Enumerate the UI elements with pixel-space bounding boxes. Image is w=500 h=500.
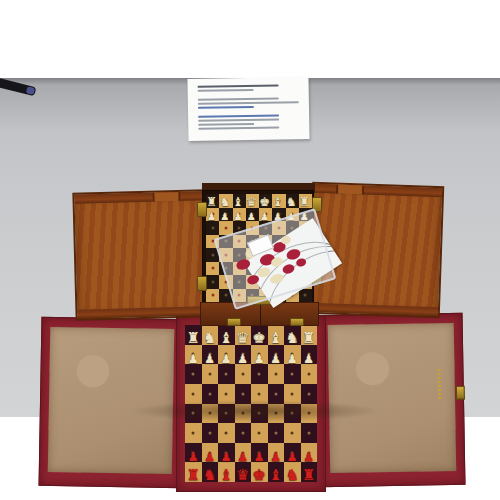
document-text-line	[198, 97, 279, 100]
board-square	[218, 345, 235, 365]
door-lip	[77, 306, 207, 318]
peg-hole	[241, 431, 244, 434]
board-square	[185, 325, 202, 345]
board-square	[233, 194, 246, 208]
peg-hole	[274, 373, 277, 376]
board-square	[268, 462, 285, 482]
board-square	[202, 345, 219, 365]
peg-hole	[307, 373, 310, 376]
peg-hole	[211, 226, 214, 229]
peg-hole	[211, 213, 214, 216]
board-square	[206, 208, 219, 222]
leather-case-left-flap	[39, 317, 184, 488]
peg-hole	[277, 199, 280, 202]
peg-hole	[307, 471, 310, 474]
board-square	[301, 423, 318, 443]
door-lip	[314, 184, 442, 197]
peg-hole	[192, 392, 195, 395]
information-sheet	[187, 77, 309, 141]
document-text-line	[198, 118, 279, 121]
board-square	[206, 194, 219, 208]
leather-case-right-flap	[319, 313, 466, 487]
peg-hole	[208, 471, 211, 474]
peg-hole	[241, 333, 244, 336]
board-square	[259, 194, 272, 208]
board-square	[268, 325, 285, 345]
peg-hole	[307, 333, 310, 336]
board-square	[185, 423, 202, 443]
board-square	[299, 289, 312, 303]
board-square	[235, 364, 252, 384]
peg-hole	[211, 267, 214, 270]
peg-hole	[291, 199, 294, 202]
board-square	[218, 462, 235, 482]
board-square	[206, 262, 219, 276]
board-square	[202, 462, 219, 482]
board-square	[286, 194, 299, 208]
peg-hole	[224, 294, 227, 297]
peg-hole	[291, 451, 294, 454]
board-square	[268, 364, 285, 384]
cream-piece-in-bag	[269, 272, 285, 285]
peg-hole	[258, 451, 261, 454]
board-square	[233, 208, 246, 222]
peg-hole	[211, 280, 214, 283]
document-text-line	[198, 126, 279, 129]
board-square	[268, 345, 285, 365]
board-square	[235, 325, 252, 345]
peg-hole	[307, 353, 310, 356]
board-square	[251, 462, 268, 482]
peg-hole	[258, 373, 261, 376]
board-square	[185, 364, 202, 384]
board-square	[235, 423, 252, 443]
board-square	[235, 443, 252, 463]
board-square	[284, 364, 301, 384]
peg-hole	[251, 199, 254, 202]
peg-hole	[208, 392, 211, 395]
board-square	[218, 443, 235, 463]
peg-hole	[238, 199, 241, 202]
peg-hole	[241, 373, 244, 376]
board-square	[299, 194, 312, 208]
board-square	[284, 423, 301, 443]
peg-hole	[274, 431, 277, 434]
board-square	[301, 462, 318, 482]
peg-hole	[208, 353, 211, 356]
peg-hole	[225, 431, 228, 434]
board-square	[218, 423, 235, 443]
peg-hole	[211, 253, 214, 256]
peg-hole	[225, 451, 228, 454]
board-square	[301, 443, 318, 463]
peg-hole	[307, 392, 310, 395]
board-square	[218, 325, 235, 345]
board-square	[268, 443, 285, 463]
peg-hole	[274, 353, 277, 356]
peg-hole	[225, 392, 228, 395]
red-piece-in-bag	[295, 257, 307, 268]
board-square	[251, 443, 268, 463]
board-square	[235, 462, 252, 482]
peg-hole	[238, 213, 241, 216]
peg-hole	[192, 373, 195, 376]
peg-hole	[304, 199, 307, 202]
board-square	[301, 345, 318, 365]
peg-hole	[192, 353, 195, 356]
photo-of-two-travel-chess-sets: { "game": "chess", "scene": "Auction pho…	[0, 0, 500, 500]
peg-hole	[307, 431, 310, 434]
board-square	[202, 364, 219, 384]
board-square	[301, 325, 318, 345]
peg-hole	[224, 199, 227, 202]
door-thumb-notch	[336, 185, 364, 195]
peg-hole	[241, 471, 244, 474]
document-text-line	[198, 84, 279, 87]
board-square	[246, 194, 259, 208]
peg-hole	[251, 213, 254, 216]
peg-hole	[225, 373, 228, 376]
peg-hole	[291, 431, 294, 434]
door-lip	[74, 191, 204, 203]
red-piece-in-bag	[281, 263, 295, 275]
red-piece-in-bag	[246, 274, 260, 286]
peg-hole	[258, 471, 261, 474]
peg-hole	[291, 392, 294, 395]
peg-hole	[211, 294, 214, 297]
peg-hole	[192, 451, 195, 454]
board-square	[246, 208, 259, 222]
board-square	[202, 325, 219, 345]
board-square	[218, 364, 235, 384]
board-square	[185, 443, 202, 463]
board-square	[202, 423, 219, 443]
board-square	[206, 221, 219, 235]
brass-hinge	[290, 318, 304, 326]
peg-hole	[241, 392, 244, 395]
peg-hole	[274, 392, 277, 395]
board-square	[185, 345, 202, 365]
pen-tip	[26, 86, 35, 95]
board-square	[185, 462, 202, 482]
peg-hole	[241, 451, 244, 454]
board-square	[219, 208, 232, 222]
board-square	[235, 345, 252, 365]
peg-hole	[225, 353, 228, 356]
peg-hole	[274, 451, 277, 454]
peg-hole	[291, 333, 294, 336]
gold-maker-stamp	[437, 369, 441, 399]
board-square	[206, 275, 219, 289]
box-seam	[260, 303, 261, 325]
peg-hole	[208, 333, 211, 336]
board-square	[251, 345, 268, 365]
peg-hole	[307, 451, 310, 454]
board-square	[219, 194, 232, 208]
peg-hole	[274, 471, 277, 474]
peg-hole	[241, 353, 244, 356]
document-text-line	[198, 106, 254, 109]
board-square	[301, 364, 318, 384]
document-text-line	[198, 89, 254, 92]
peg-hole	[258, 392, 261, 395]
case-shadow	[130, 400, 380, 422]
peg-hole	[304, 294, 307, 297]
peg-hole	[225, 471, 228, 474]
wooden-door-left	[72, 189, 209, 320]
peg-hole	[264, 213, 267, 216]
peg-hole	[211, 199, 214, 202]
peg-hole	[291, 471, 294, 474]
board-square	[284, 325, 301, 345]
board-square	[268, 423, 285, 443]
suede-lining-left	[48, 327, 175, 474]
brass-hinge	[227, 318, 241, 326]
pen	[0, 77, 36, 96]
document-text-line	[198, 101, 299, 105]
board-square	[284, 345, 301, 365]
board-square	[284, 462, 301, 482]
document-text-line	[198, 114, 279, 117]
peg-hole	[192, 431, 195, 434]
door-lip	[310, 303, 438, 316]
board-square	[219, 221, 232, 235]
peg-hole	[208, 431, 211, 434]
peg-hole	[224, 213, 227, 216]
brass-clasp	[456, 386, 465, 400]
peg-hole	[192, 471, 195, 474]
peg-hole	[238, 226, 241, 229]
peg-hole	[208, 451, 211, 454]
peg-hole	[192, 333, 195, 336]
board-square	[284, 443, 301, 463]
peg-hole	[291, 353, 294, 356]
door-thumb-notch	[152, 192, 180, 202]
brass-hinge	[197, 276, 207, 291]
peg-hole	[224, 226, 227, 229]
peg-hole	[274, 333, 277, 336]
board-square	[206, 289, 219, 303]
board-square	[272, 194, 285, 208]
peg-hole	[208, 373, 211, 376]
board-square	[251, 364, 268, 384]
peg-hole	[258, 431, 261, 434]
peg-hole	[258, 353, 261, 356]
peg-hole	[264, 199, 267, 202]
board-square	[259, 208, 272, 222]
red-piece-in-bag	[235, 258, 251, 272]
peg-hole	[258, 333, 261, 336]
photograph-background: ♜♞♝♛♚♝♞♜♟♟♟♟♟♟♟♟♟♟♟♟♟♟♟♟♜♞♝♛♚♝♞♜	[0, 78, 500, 417]
peg-hole	[277, 213, 280, 216]
suede-lining-right	[328, 323, 457, 473]
brass-hinge	[197, 202, 207, 217]
board-square	[202, 443, 219, 463]
board-square	[251, 325, 268, 345]
peg-hole	[225, 333, 228, 336]
board-square	[251, 423, 268, 443]
peg-hole	[291, 373, 294, 376]
document-text-line	[198, 123, 254, 126]
